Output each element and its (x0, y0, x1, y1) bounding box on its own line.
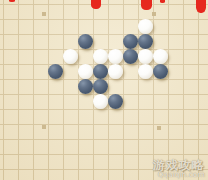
red-scribble-mark (196, 0, 206, 13)
stone-black (123, 34, 138, 49)
star-point (42, 12, 46, 16)
stone-white (138, 19, 153, 34)
stone-white (78, 64, 93, 79)
stone-white (108, 49, 123, 64)
star-point (152, 12, 156, 16)
stone-white (63, 49, 78, 64)
red-scribble-mark (9, 0, 15, 2)
stone-black (78, 34, 93, 49)
stone-white (138, 49, 153, 64)
red-scribble-mark (141, 0, 152, 10)
stone-black (93, 64, 108, 79)
stone-black (123, 49, 138, 64)
stone-white (93, 94, 108, 109)
stone-white (138, 64, 153, 79)
game-screen: 游戏攻略 Qqaiqin.com (0, 0, 208, 180)
star-point (42, 125, 46, 129)
star-point (157, 126, 161, 130)
stone-black (108, 94, 123, 109)
gomoku-board[interactable] (0, 0, 208, 180)
stone-black (48, 64, 63, 79)
red-scribble-mark (160, 0, 165, 3)
stone-black (138, 34, 153, 49)
stone-black (153, 64, 168, 79)
stone-black (78, 79, 93, 94)
stone-white (108, 64, 123, 79)
stone-white (153, 49, 168, 64)
red-scribble-mark (91, 0, 101, 9)
stone-black (93, 79, 108, 94)
stone-white (93, 49, 108, 64)
